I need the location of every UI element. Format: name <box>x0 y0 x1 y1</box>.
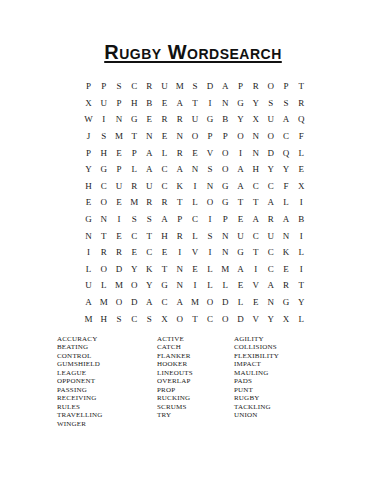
grid-cell: O <box>172 310 187 327</box>
grid-cell: G <box>127 111 142 128</box>
grid-cell: I <box>294 227 309 244</box>
grid-cell: U <box>111 178 126 195</box>
grid-cell: J <box>81 128 96 145</box>
word-list-item: RULES <box>57 403 102 411</box>
grid-cell: C <box>96 178 111 195</box>
grid-cell: I <box>294 261 309 278</box>
grid-cell: S <box>263 95 278 112</box>
word-list-item: FLEXIBILITY <box>234 352 279 360</box>
grid-cell: I <box>248 261 263 278</box>
grid-cell: R <box>157 194 172 211</box>
grid-cell: E <box>127 244 142 261</box>
grid-cell: Q <box>294 111 309 128</box>
grid-cell: P <box>81 78 96 95</box>
grid-cell: G <box>218 178 233 195</box>
grid-cell: L <box>218 277 233 294</box>
grid-cell: M <box>111 277 126 294</box>
word-list-item: SCRUMS <box>157 403 193 411</box>
grid-cell: S <box>96 128 111 145</box>
grid-cell: Y <box>263 310 278 327</box>
grid-cell: O <box>127 277 142 294</box>
grid-cell: S <box>203 161 218 178</box>
grid-cell: L <box>127 161 142 178</box>
word-list-item: LINEOUTS <box>157 369 193 377</box>
grid-cell: D <box>263 144 278 161</box>
grid-cell: R <box>294 95 309 112</box>
grid-cell: E <box>157 244 172 261</box>
grid-cell: E <box>233 211 248 228</box>
grid-cell: N <box>218 244 233 261</box>
grid-cell: Y <box>127 261 142 278</box>
grid-cell: U <box>263 227 278 244</box>
grid-cell: T <box>96 227 111 244</box>
grid-cell: G <box>81 211 96 228</box>
grid-cell: V <box>248 277 263 294</box>
grid-cell: A <box>172 161 187 178</box>
grid-cell: S <box>127 211 142 228</box>
grid-cell: C <box>142 244 157 261</box>
grid-cell: A <box>278 111 293 128</box>
grid-cell: G <box>278 294 293 311</box>
word-list-item: HOOKER <box>157 360 193 368</box>
grid-cell: N <box>218 227 233 244</box>
grid-cell: V <box>248 310 263 327</box>
grid-cell: T <box>248 244 263 261</box>
grid-cell: S <box>111 310 126 327</box>
grid-cell: D <box>111 261 126 278</box>
grid-cell: M <box>187 294 202 311</box>
grid-cell: P <box>203 128 218 145</box>
grid-cell: T <box>187 95 202 112</box>
grid-cell: M <box>81 310 96 327</box>
grid-cell: P <box>81 144 96 161</box>
grid-cell: A <box>248 211 263 228</box>
grid-cell: U <box>157 78 172 95</box>
grid-cell: O <box>111 294 126 311</box>
grid-cell: T <box>142 227 157 244</box>
grid-cell: L <box>294 244 309 261</box>
grid-cell: Y <box>263 161 278 178</box>
grid-cell: U <box>187 111 202 128</box>
grid-cell: R <box>172 144 187 161</box>
grid-cell: A <box>278 211 293 228</box>
grid-cell: S <box>142 211 157 228</box>
grid-cell: U <box>96 95 111 112</box>
grid-cell: T <box>248 194 263 211</box>
grid-cell: I <box>187 178 202 195</box>
grid-cell: M <box>218 261 233 278</box>
word-list-item: ACCURACY <box>57 335 102 343</box>
grid-cell: P <box>127 144 142 161</box>
grid-cell: Y <box>278 161 293 178</box>
grid-cell: L <box>203 277 218 294</box>
grid-cell: E <box>142 111 157 128</box>
grid-cell: Q <box>278 144 293 161</box>
grid-cell: G <box>157 277 172 294</box>
grid-cell: I <box>203 244 218 261</box>
grid-cell: H <box>127 95 142 112</box>
word-list-item: RECEIVING <box>57 394 102 402</box>
grid-cell: C <box>263 244 278 261</box>
grid-cell: P <box>278 78 293 95</box>
grid-cell: R <box>157 111 172 128</box>
grid-cell: N <box>81 227 96 244</box>
grid-cell: L <box>96 277 111 294</box>
word-list-item: ACTIVE <box>157 335 193 343</box>
word-list-column-3: AGILITYCOLLISIONSFLEXIBILITYIMPACTMAULIN… <box>234 335 279 420</box>
grid-cell: P <box>96 78 111 95</box>
grid-cell: H <box>157 227 172 244</box>
grid-cell: S <box>278 95 293 112</box>
grid-cell: X <box>278 310 293 327</box>
word-list-item: UNION <box>234 411 279 419</box>
grid-cell: E <box>81 194 96 211</box>
grid-cell: N <box>278 227 293 244</box>
grid-cell: O <box>263 78 278 95</box>
word-list-item: WINGER <box>57 420 102 428</box>
grid-cell: L <box>187 194 202 211</box>
grid-cell: E <box>157 95 172 112</box>
grid-cell: A <box>263 194 278 211</box>
puzzle-title: Rugby Wordsearch <box>0 42 386 62</box>
grid-cell: U <box>233 227 248 244</box>
grid-cell: B <box>294 211 309 228</box>
grid-cell: Y <box>294 294 309 311</box>
grid-cell: T <box>127 128 142 145</box>
grid-cell: O <box>96 261 111 278</box>
grid-cell: L <box>278 194 293 211</box>
grid-cell: T <box>172 194 187 211</box>
grid-cell: A <box>142 144 157 161</box>
worksheet-page: Rugby Wordsearch PPSCRUMSDAPROPTXUPHBEAT… <box>0 0 386 500</box>
word-list-item: BEATING <box>57 343 102 351</box>
grid-cell: N <box>187 161 202 178</box>
grid-cell: O <box>263 128 278 145</box>
grid-cell: S <box>111 78 126 95</box>
word-list-item: PASSING <box>57 386 102 394</box>
word-list-item: LEAGUE <box>57 369 102 377</box>
grid-cell: L <box>233 294 248 311</box>
grid-cell: A <box>157 211 172 228</box>
grid-cell: I <box>203 95 218 112</box>
grid-cell: N <box>172 277 187 294</box>
grid-cell: M <box>96 294 111 311</box>
grid-cell: S <box>203 227 218 244</box>
grid-cell: R <box>111 244 126 261</box>
grid-cell: C <box>278 128 293 145</box>
grid-cell: R <box>172 227 187 244</box>
grid-cell: I <box>233 144 248 161</box>
word-list-item: CATCH <box>157 343 193 351</box>
grid-cell: E <box>111 194 126 211</box>
grid-cell: R <box>96 244 111 261</box>
word-list-item: CONTROL <box>57 352 102 360</box>
grid-cell: O <box>218 144 233 161</box>
grid-cell: N <box>172 261 187 278</box>
grid-cell: R <box>263 211 278 228</box>
grid-cell: O <box>203 294 218 311</box>
grid-cell: M <box>127 194 142 211</box>
grid-cell: I <box>172 244 187 261</box>
word-list-item: COLLISIONS <box>234 343 279 351</box>
word-list-item: OVERLAP <box>157 377 193 385</box>
grid-cell: C <box>127 227 142 244</box>
grid-cell: S <box>142 310 157 327</box>
word-list-item: MAULING <box>234 369 279 377</box>
grid-cell: F <box>294 128 309 145</box>
grid-cell: T <box>294 78 309 95</box>
grid-cell: A <box>263 277 278 294</box>
grid-cell: E <box>187 144 202 161</box>
grid-cell: M <box>111 128 126 145</box>
grid-cell: D <box>233 310 248 327</box>
grid-cell: R <box>142 194 157 211</box>
grid-cell: X <box>248 111 263 128</box>
grid-cell: N <box>248 128 263 145</box>
word-list-item: TRY <box>157 411 193 419</box>
grid-cell: E <box>157 128 172 145</box>
grid-cell: E <box>187 261 202 278</box>
grid-cell: I <box>81 244 96 261</box>
grid-cell: D <box>218 294 233 311</box>
grid-cell: K <box>278 244 293 261</box>
grid-cell: E <box>248 294 263 311</box>
word-list-item: OPPONENT <box>57 377 102 385</box>
grid-cell: I <box>203 211 218 228</box>
word-list-item: PROP <box>157 386 193 394</box>
grid-cell: O <box>218 161 233 178</box>
word-list-item: FLANKER <box>157 352 193 360</box>
grid-cell: I <box>294 194 309 211</box>
grid-cell: T <box>294 277 309 294</box>
grid-cell: C <box>248 178 263 195</box>
grid-cell: H <box>96 310 111 327</box>
word-list-item: RUCKING <box>157 394 193 402</box>
grid-cell: U <box>142 178 157 195</box>
grid-cell: V <box>187 244 202 261</box>
grid-cell: G <box>96 161 111 178</box>
grid-cell: T <box>157 261 172 278</box>
grid-cell: C <box>127 78 142 95</box>
grid-cell: H <box>96 144 111 161</box>
grid-cell: T <box>233 194 248 211</box>
grid-cell: X <box>157 310 172 327</box>
grid-cell: Y <box>233 111 248 128</box>
grid-cell: L <box>81 261 96 278</box>
grid-cell: R <box>142 78 157 95</box>
grid-cell: N <box>111 111 126 128</box>
word-list-item: IMPACT <box>234 360 279 368</box>
grid-cell: I <box>187 277 202 294</box>
grid-cell: H <box>81 178 96 195</box>
grid-cell: A <box>233 161 248 178</box>
grid-cell: P <box>233 78 248 95</box>
grid-cell: C <box>187 211 202 228</box>
grid-cell: A <box>172 95 187 112</box>
grid-cell: O <box>218 310 233 327</box>
grid-cell: K <box>172 178 187 195</box>
grid-cell: H <box>248 161 263 178</box>
grid-cell: N <box>142 128 157 145</box>
grid-cell: S <box>187 78 202 95</box>
grid-cell: A <box>81 294 96 311</box>
grid-cell: E <box>294 161 309 178</box>
grid-cell: T <box>187 310 202 327</box>
word-list-item: RUGBY <box>234 394 279 402</box>
word-list: ACCURACYBEATINGCONTROLGUMSHIELDLEAGUEOPP… <box>0 335 386 430</box>
grid-cell: A <box>142 294 157 311</box>
grid-cell: E <box>233 277 248 294</box>
word-list-item: TRAVELLING <box>57 411 102 419</box>
grid-cell: O <box>233 128 248 145</box>
grid-cell: L <box>157 144 172 161</box>
grid-cell: R <box>278 277 293 294</box>
grid-cell: A <box>233 178 248 195</box>
grid-cell: O <box>203 194 218 211</box>
grid-cell: G <box>218 194 233 211</box>
grid-cell: R <box>248 78 263 95</box>
grid-cell: L <box>294 144 309 161</box>
word-list-column-2: ACTIVECATCHFLANKERHOOKERLINEOUTSOVERLAPP… <box>157 335 193 420</box>
grid-cell: W <box>81 111 96 128</box>
word-list-column-1: ACCURACYBEATINGCONTROLGUMSHIELDLEAGUEOPP… <box>57 335 102 428</box>
grid-cell: I <box>96 111 111 128</box>
grid-cell: A <box>233 261 248 278</box>
grid-cell: B <box>142 95 157 112</box>
grid-cell: Y <box>81 161 96 178</box>
grid-cell: L <box>203 261 218 278</box>
grid-cell: R <box>127 178 142 195</box>
grid-cell: G <box>233 244 248 261</box>
grid-cell: P <box>218 128 233 145</box>
grid-cell: C <box>263 178 278 195</box>
grid-cell: X <box>81 95 96 112</box>
grid-cell: U <box>263 111 278 128</box>
grid-cell: E <box>111 144 126 161</box>
grid-cell: C <box>248 227 263 244</box>
grid-cell: O <box>96 194 111 211</box>
grid-cell: N <box>263 294 278 311</box>
grid-cell: N <box>218 95 233 112</box>
grid-cell: C <box>157 178 172 195</box>
grid-cell: C <box>203 310 218 327</box>
grid-cell: P <box>111 95 126 112</box>
grid-cell: P <box>111 161 126 178</box>
grid-cell: G <box>233 95 248 112</box>
word-list-item: GUMSHIELD <box>57 360 102 368</box>
grid-cell: C <box>157 294 172 311</box>
word-list-item: PADS <box>234 377 279 385</box>
grid-cell: A <box>218 78 233 95</box>
grid-cell: M <box>172 78 187 95</box>
grid-cell: N <box>172 128 187 145</box>
grid-cell: L <box>294 310 309 327</box>
grid-cell: N <box>96 211 111 228</box>
grid-cell: Y <box>248 95 263 112</box>
grid-cell: D <box>203 78 218 95</box>
grid-cell: L <box>187 227 202 244</box>
grid-cell: G <box>203 111 218 128</box>
wordsearch-grid: PPSCRUMSDAPROPTXUPHBEATINGYSSRWINGERRUGB… <box>81 78 309 327</box>
word-list-item: PUNT <box>234 386 279 394</box>
grid-cell: P <box>172 211 187 228</box>
grid-cell: X <box>294 178 309 195</box>
grid-cell: C <box>263 261 278 278</box>
grid-cell: E <box>278 261 293 278</box>
grid-cell: U <box>81 277 96 294</box>
grid-cell: O <box>187 128 202 145</box>
grid-cell: R <box>172 111 187 128</box>
grid-cell: C <box>127 310 142 327</box>
grid-cell: B <box>218 111 233 128</box>
grid-cell: C <box>157 161 172 178</box>
grid-cell: N <box>248 144 263 161</box>
grid-cell: A <box>172 294 187 311</box>
grid-cell: K <box>142 261 157 278</box>
grid-cell: Y <box>142 277 157 294</box>
grid-cell: V <box>203 144 218 161</box>
grid-cell: P <box>218 211 233 228</box>
grid-cell: F <box>278 178 293 195</box>
grid-cell: N <box>203 178 218 195</box>
grid-cell: I <box>111 211 126 228</box>
word-list-item: AGILITY <box>234 335 279 343</box>
grid-cell: A <box>142 161 157 178</box>
grid-cell: E <box>111 227 126 244</box>
grid-cell: D <box>127 294 142 311</box>
word-list-item: TACKLING <box>234 403 279 411</box>
